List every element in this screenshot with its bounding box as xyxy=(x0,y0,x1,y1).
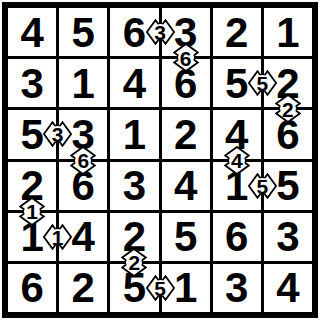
grid-cell: 3 xyxy=(264,213,312,261)
grid-cell: 5 xyxy=(264,162,312,210)
grid-cell: 5 xyxy=(213,59,261,107)
grid-cell: 6 xyxy=(264,110,312,158)
grid-cell: 3 xyxy=(8,59,56,107)
grid-cell: 2 xyxy=(213,8,261,56)
puzzle-board: 456321314652531246263415142563625134 xyxy=(2,2,318,318)
grid-cell: 4 xyxy=(59,213,107,261)
puzzle-grid: 456321314652531246263415142563625134 xyxy=(8,8,312,312)
grid-cell: 6 xyxy=(59,162,107,210)
grid-cell: 2 xyxy=(8,162,56,210)
grid-cell: 4 xyxy=(162,162,210,210)
grid-cell: 5 xyxy=(162,213,210,261)
grid-cell: 1 xyxy=(110,110,158,158)
grid-cell: 5 xyxy=(110,264,158,312)
grid-cell: 3 xyxy=(162,8,210,56)
grid-cell: 4 xyxy=(264,264,312,312)
grid-cell: 2 xyxy=(162,110,210,158)
grid-cell: 1 xyxy=(8,213,56,261)
grid-cell: 3 xyxy=(110,162,158,210)
grid-cell: 3 xyxy=(213,264,261,312)
grid-cell: 5 xyxy=(59,8,107,56)
grid-cell: 2 xyxy=(110,213,158,261)
grid-cell: 1 xyxy=(162,264,210,312)
grid-cell: 3 xyxy=(59,110,107,158)
grid-cell: 2 xyxy=(59,264,107,312)
grid-cell: 5 xyxy=(8,110,56,158)
grid-cell: 1 xyxy=(59,59,107,107)
grid-cell: 6 xyxy=(8,264,56,312)
grid-cell: 1 xyxy=(213,162,261,210)
puzzle-page: 456321314652531246263415142563625134 365… xyxy=(0,0,320,320)
grid-cell: 6 xyxy=(162,59,210,107)
grid-cell: 2 xyxy=(264,59,312,107)
grid-cell: 1 xyxy=(264,8,312,56)
grid-cell: 6 xyxy=(213,213,261,261)
grid-cell: 6 xyxy=(110,8,158,56)
grid-cell: 4 xyxy=(8,8,56,56)
grid-cell: 4 xyxy=(213,110,261,158)
grid-cell: 4 xyxy=(110,59,158,107)
